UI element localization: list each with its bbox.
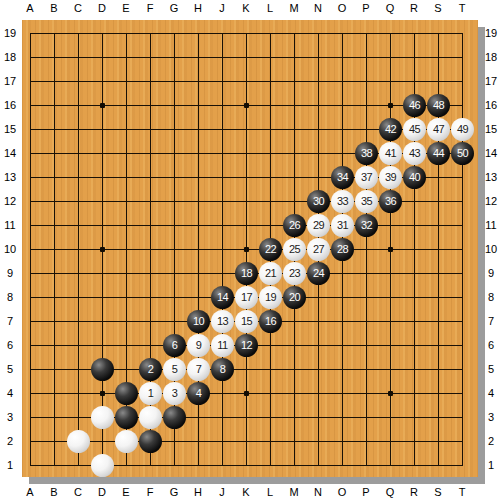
stone-K9[interactable]: 18 — [235, 262, 258, 285]
stone-H6[interactable]: 9 — [187, 334, 210, 357]
coord-label-left-3: 3 — [0, 410, 20, 424]
coord-label-right-6: 6 — [481, 338, 500, 352]
grid-line-horizontal — [30, 441, 463, 442]
stone-M11[interactable]: 26 — [283, 214, 306, 237]
coord-label-bottom-B: B — [42, 485, 66, 499]
star-point — [244, 247, 249, 252]
stone-K8[interactable]: 17 — [235, 286, 258, 309]
stone-R13[interactable]: 40 — [403, 166, 426, 189]
stone-N12[interactable]: 30 — [307, 190, 330, 213]
stone-H4[interactable]: 4 — [187, 382, 210, 405]
go-board[interactable]: 1234567891011121314151617181920212223242… — [22, 20, 478, 477]
stone-E2[interactable] — [115, 430, 138, 453]
star-point — [100, 103, 105, 108]
stone-D5[interactable] — [91, 358, 114, 381]
stone-P12[interactable]: 35 — [355, 190, 378, 213]
coord-label-left-18: 18 — [0, 50, 20, 64]
stone-Q13[interactable]: 39 — [379, 166, 402, 189]
coord-label-left-8: 8 — [0, 290, 20, 304]
stone-R16[interactable]: 46 — [403, 94, 426, 117]
stone-K6[interactable]: 12 — [235, 334, 258, 357]
coord-label-left-17: 17 — [0, 74, 20, 88]
coord-label-right-12: 12 — [481, 194, 500, 208]
stone-O12[interactable]: 33 — [331, 190, 354, 213]
stone-P14[interactable]: 38 — [355, 142, 378, 165]
coord-label-left-4: 4 — [0, 386, 20, 400]
stone-T14[interactable]: 50 — [451, 142, 474, 165]
coord-label-bottom-P: P — [354, 485, 378, 499]
coord-label-right-13: 13 — [481, 170, 500, 184]
stone-R15[interactable]: 45 — [403, 118, 426, 141]
stone-H5[interactable]: 7 — [187, 358, 210, 381]
coord-label-left-7: 7 — [0, 314, 20, 328]
star-point — [100, 247, 105, 252]
stone-F3[interactable] — [139, 406, 162, 429]
coord-label-top-B: B — [42, 1, 66, 15]
stone-K7[interactable]: 15 — [235, 310, 258, 333]
coord-label-right-19: 19 — [481, 26, 500, 40]
coord-label-bottom-C: C — [66, 485, 90, 499]
coord-label-top-C: C — [66, 1, 90, 15]
coord-label-top-H: H — [186, 1, 210, 15]
coord-label-top-F: F — [138, 1, 162, 15]
stone-T15[interactable]: 49 — [451, 118, 474, 141]
star-point — [100, 391, 105, 396]
stone-M8[interactable]: 20 — [283, 286, 306, 309]
stone-Q15[interactable]: 42 — [379, 118, 402, 141]
stone-G5[interactable]: 5 — [163, 358, 186, 381]
coord-label-right-5: 5 — [481, 362, 500, 376]
coord-label-left-19: 19 — [0, 26, 20, 40]
coord-label-left-15: 15 — [0, 122, 20, 136]
stone-O10[interactable]: 28 — [331, 238, 354, 261]
stone-D3[interactable] — [91, 406, 114, 429]
stone-Q14[interactable]: 41 — [379, 142, 402, 165]
coord-label-bottom-R: R — [402, 485, 426, 499]
coord-label-left-9: 9 — [0, 266, 20, 280]
coord-label-right-10: 10 — [481, 242, 500, 256]
stone-F2[interactable] — [139, 430, 162, 453]
coord-label-left-6: 6 — [0, 338, 20, 352]
coord-label-right-9: 9 — [481, 266, 500, 280]
coord-label-right-18: 18 — [481, 50, 500, 64]
coord-label-top-R: R — [402, 1, 426, 15]
coord-label-bottom-J: J — [210, 485, 234, 499]
coord-label-right-3: 3 — [481, 410, 500, 424]
coord-label-bottom-H: H — [186, 485, 210, 499]
coord-label-bottom-S: S — [426, 485, 450, 499]
stone-R14[interactable]: 43 — [403, 142, 426, 165]
coord-label-left-12: 12 — [0, 194, 20, 208]
stone-S15[interactable]: 47 — [427, 118, 450, 141]
coord-label-top-E: E — [114, 1, 138, 15]
coord-label-bottom-O: O — [330, 485, 354, 499]
coord-label-left-14: 14 — [0, 146, 20, 160]
stone-L7[interactable]: 16 — [259, 310, 282, 333]
stone-P13[interactable]: 37 — [355, 166, 378, 189]
stone-G3[interactable] — [163, 406, 186, 429]
coord-label-right-17: 17 — [481, 74, 500, 88]
grid-line-vertical — [366, 33, 367, 466]
coord-label-top-T: T — [450, 1, 474, 15]
coord-label-top-J: J — [210, 1, 234, 15]
stone-J7[interactable]: 13 — [211, 310, 234, 333]
coord-label-bottom-A: A — [18, 485, 42, 499]
stone-O11[interactable]: 31 — [331, 214, 354, 237]
stone-O13[interactable]: 34 — [331, 166, 354, 189]
stone-S14[interactable]: 44 — [427, 142, 450, 165]
coord-label-top-L: L — [258, 1, 282, 15]
coord-label-top-O: O — [330, 1, 354, 15]
stone-G4[interactable]: 3 — [163, 382, 186, 405]
coord-label-right-7: 7 — [481, 314, 500, 328]
coord-label-right-14: 14 — [481, 146, 500, 160]
stone-C2[interactable] — [67, 430, 90, 453]
coord-label-top-S: S — [426, 1, 450, 15]
stone-N11[interactable]: 29 — [307, 214, 330, 237]
coord-label-right-15: 15 — [481, 122, 500, 136]
stone-L10[interactable]: 22 — [259, 238, 282, 261]
stone-G6[interactable]: 6 — [163, 334, 186, 357]
coord-label-top-D: D — [90, 1, 114, 15]
coord-label-bottom-M: M — [282, 485, 306, 499]
coord-label-right-1: 1 — [481, 458, 500, 472]
coord-label-right-11: 11 — [481, 218, 500, 232]
coord-label-left-16: 16 — [0, 98, 20, 112]
coord-label-bottom-D: D — [90, 485, 114, 499]
coord-label-bottom-Q: Q — [378, 485, 402, 499]
stone-N9[interactable]: 24 — [307, 262, 330, 285]
coord-label-bottom-F: F — [138, 485, 162, 499]
coord-label-top-A: A — [18, 1, 42, 15]
star-point — [244, 103, 249, 108]
coord-label-right-2: 2 — [481, 434, 500, 448]
coord-label-left-1: 1 — [0, 458, 20, 472]
stone-M10[interactable]: 25 — [283, 238, 306, 261]
stone-H7[interactable]: 10 — [187, 310, 210, 333]
coord-label-top-G: G — [162, 1, 186, 15]
star-point — [388, 103, 393, 108]
coord-label-right-4: 4 — [481, 386, 500, 400]
coord-label-top-N: N — [306, 1, 330, 15]
coord-label-right-16: 16 — [481, 98, 500, 112]
coord-label-bottom-K: K — [234, 485, 258, 499]
coord-label-left-2: 2 — [0, 434, 20, 448]
coord-label-bottom-E: E — [114, 485, 138, 499]
coord-label-top-P: P — [354, 1, 378, 15]
coord-label-bottom-G: G — [162, 485, 186, 499]
stone-J5[interactable]: 8 — [211, 358, 234, 381]
coord-label-top-M: M — [282, 1, 306, 15]
coord-label-bottom-T: T — [450, 485, 474, 499]
grid-line-vertical — [462, 33, 463, 466]
stone-E3[interactable] — [115, 406, 138, 429]
coord-label-left-13: 13 — [0, 170, 20, 184]
stone-N10[interactable]: 27 — [307, 238, 330, 261]
stone-F5[interactable]: 2 — [139, 358, 162, 381]
stone-P11[interactable]: 32 — [355, 214, 378, 237]
star-point — [244, 391, 249, 396]
stone-S16[interactable]: 48 — [427, 94, 450, 117]
stone-M9[interactable]: 23 — [283, 262, 306, 285]
coord-label-right-8: 8 — [481, 290, 500, 304]
go-app-page: 1234567891011121314151617181920212223242… — [0, 0, 500, 500]
coord-label-bottom-N: N — [306, 485, 330, 499]
stone-E4[interactable] — [115, 382, 138, 405]
stone-F4[interactable]: 1 — [139, 382, 162, 405]
coord-label-top-K: K — [234, 1, 258, 15]
coord-label-left-5: 5 — [0, 362, 20, 376]
coord-label-bottom-L: L — [258, 485, 282, 499]
coord-label-top-Q: Q — [378, 1, 402, 15]
stone-L8[interactable]: 19 — [259, 286, 282, 309]
coord-label-left-10: 10 — [0, 242, 20, 256]
star-point — [388, 247, 393, 252]
stone-L9[interactable]: 21 — [259, 262, 282, 285]
stone-J6[interactable]: 11 — [211, 334, 234, 357]
coord-label-left-11: 11 — [0, 218, 20, 232]
stone-J8[interactable]: 14 — [211, 286, 234, 309]
stone-D1[interactable] — [91, 454, 114, 477]
star-point — [388, 391, 393, 396]
stone-Q12[interactable]: 36 — [379, 190, 402, 213]
